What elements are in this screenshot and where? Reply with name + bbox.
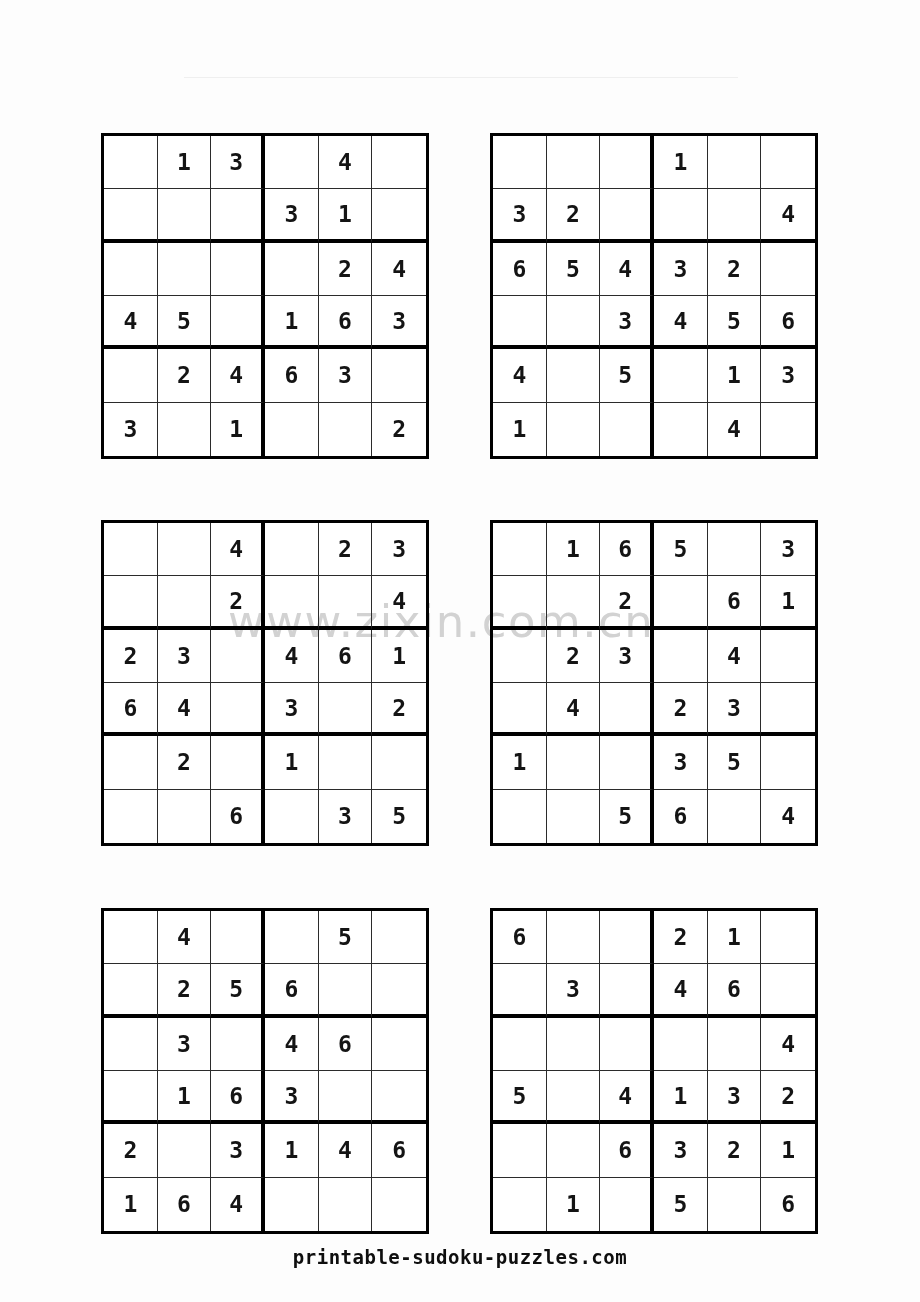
sudoku-cell-r3c4 xyxy=(654,630,708,683)
sudoku-cell-r6c6: 5 xyxy=(372,790,426,843)
sudoku-cell-r4c4: 3 xyxy=(265,683,319,736)
sudoku-cell-r4c3 xyxy=(211,296,265,349)
sudoku-cell-r4c5: 6 xyxy=(319,296,373,349)
sudoku-cell-r3c3 xyxy=(211,243,265,296)
sudoku-cell-r2c5 xyxy=(319,576,373,629)
sudoku-cell-r4c3 xyxy=(600,683,654,736)
sudoku-cell-r2c2: 3 xyxy=(547,964,601,1017)
sudoku-cell-r5c5: 1 xyxy=(708,349,762,402)
sudoku-cell-r5c2 xyxy=(547,736,601,789)
sudoku-cell-r4c4: 3 xyxy=(265,1071,319,1124)
sudoku-cell-r1c1 xyxy=(104,136,158,189)
sudoku-cell-r6c2: 1 xyxy=(547,1178,601,1231)
sudoku-cell-r1c4 xyxy=(265,136,319,189)
sudoku-cell-r1c2 xyxy=(547,911,601,964)
sudoku-cell-r2c3: 5 xyxy=(211,964,265,1017)
sudoku-board-5: 4525634616323146164 xyxy=(101,908,429,1234)
sudoku-cell-r2c2: 2 xyxy=(547,189,601,242)
sudoku-cell-r2c3: 2 xyxy=(211,576,265,629)
sudoku-cell-r3c3: 4 xyxy=(600,243,654,296)
sudoku-cell-r4c5: 3 xyxy=(708,683,762,736)
sudoku-cell-r3c2: 3 xyxy=(158,630,212,683)
sudoku-cell-r4c3 xyxy=(211,683,265,736)
sudoku-cell-r5c6 xyxy=(372,736,426,789)
sudoku-cell-r2c5 xyxy=(708,189,762,242)
sudoku-cell-r5c3: 6 xyxy=(600,1124,654,1177)
sudoku-cell-r1c2: 1 xyxy=(547,523,601,576)
sudoku-cell-r1c5: 4 xyxy=(319,136,373,189)
sudoku-cell-r6c3: 4 xyxy=(211,1178,265,1231)
sudoku-cell-r3c3 xyxy=(211,1018,265,1071)
sudoku-cell-r4c6 xyxy=(372,1071,426,1124)
sudoku-cell-r6c2 xyxy=(547,403,601,456)
sudoku-cell-r1c3 xyxy=(600,911,654,964)
header-divider xyxy=(184,77,738,78)
sudoku-cell-r2c4 xyxy=(265,576,319,629)
sudoku-cell-r1c5 xyxy=(708,523,762,576)
sudoku-cell-r2c6: 4 xyxy=(761,189,815,242)
sudoku-cell-r2c6: 4 xyxy=(372,576,426,629)
sudoku-cell-r4c1: 6 xyxy=(104,683,158,736)
sudoku-cell-r3c4: 4 xyxy=(265,630,319,683)
sudoku-cell-r2c4: 3 xyxy=(265,189,319,242)
sudoku-cell-r1c6: 3 xyxy=(372,523,426,576)
sudoku-cell-r4c4: 4 xyxy=(654,296,708,349)
sudoku-cell-r3c1: 6 xyxy=(493,243,547,296)
sudoku-cell-r5c1: 1 xyxy=(493,736,547,789)
sudoku-cell-r5c3: 4 xyxy=(211,349,265,402)
sudoku-cell-r5c5: 5 xyxy=(708,736,762,789)
sudoku-cell-r4c2 xyxy=(547,296,601,349)
footer-site-label: printable-sudoku-puzzles.com xyxy=(0,1246,920,1268)
sudoku-cell-r1c1 xyxy=(104,523,158,576)
sudoku-cell-r6c1: 3 xyxy=(104,403,158,456)
sudoku-cell-r6c5 xyxy=(319,403,373,456)
sudoku-cell-r6c4 xyxy=(265,1178,319,1231)
sudoku-cell-r2c2 xyxy=(547,576,601,629)
sudoku-cell-r1c4: 2 xyxy=(654,911,708,964)
sudoku-cell-r1c2: 4 xyxy=(158,911,212,964)
sudoku-cell-r5c4: 1 xyxy=(265,736,319,789)
sudoku-cell-r1c2 xyxy=(158,523,212,576)
sudoku-board-2: 1324654323456451314 xyxy=(490,133,818,459)
sudoku-cell-r1c4: 5 xyxy=(654,523,708,576)
sudoku-cell-r1c3: 4 xyxy=(211,523,265,576)
sudoku-cell-r2c5 xyxy=(319,964,373,1017)
sudoku-cell-r3c4 xyxy=(265,243,319,296)
sudoku-cell-r5c1 xyxy=(104,736,158,789)
sudoku-cell-r5c6 xyxy=(372,349,426,402)
sudoku-cell-r1c1 xyxy=(493,136,547,189)
sudoku-cell-r1c4: 1 xyxy=(654,136,708,189)
sudoku-cell-r6c3: 6 xyxy=(211,790,265,843)
sudoku-cell-r4c5 xyxy=(319,683,373,736)
sudoku-cell-r6c1 xyxy=(104,790,158,843)
sudoku-cell-r4c1: 5 xyxy=(493,1071,547,1124)
sudoku-cell-r1c5: 5 xyxy=(319,911,373,964)
sudoku-cell-r5c3: 5 xyxy=(600,349,654,402)
sudoku-cell-r2c6 xyxy=(372,964,426,1017)
sudoku-cell-r4c6 xyxy=(761,683,815,736)
sudoku-cell-r4c6: 2 xyxy=(372,683,426,736)
sudoku-cell-r5c4: 3 xyxy=(654,1124,708,1177)
sudoku-cell-r2c6 xyxy=(761,964,815,1017)
sudoku-cell-r1c5: 2 xyxy=(319,523,373,576)
sudoku-cell-r4c1 xyxy=(493,683,547,736)
sudoku-board-6: 6213464541326321156 xyxy=(490,908,818,1234)
sudoku-cell-r3c5: 6 xyxy=(319,630,373,683)
sudoku-cell-r6c5: 4 xyxy=(708,403,762,456)
sudoku-cell-r6c6: 4 xyxy=(761,790,815,843)
sudoku-cell-r3c3 xyxy=(600,1018,654,1071)
sudoku-cell-r5c5: 4 xyxy=(319,1124,373,1177)
sudoku-cell-r2c2 xyxy=(158,576,212,629)
sudoku-cell-r4c1: 4 xyxy=(104,296,158,349)
sudoku-cell-r1c1 xyxy=(104,911,158,964)
sudoku-cell-r3c1 xyxy=(104,243,158,296)
sudoku-cell-r3c1: 2 xyxy=(104,630,158,683)
sudoku-cell-r1c3 xyxy=(211,911,265,964)
sudoku-cell-r2c1: 3 xyxy=(493,189,547,242)
sudoku-cell-r6c1 xyxy=(493,1178,547,1231)
sudoku-cell-r3c6: 1 xyxy=(372,630,426,683)
sudoku-cell-r4c5: 3 xyxy=(708,1071,762,1124)
sudoku-cell-r1c6 xyxy=(761,136,815,189)
sudoku-cell-r3c6: 4 xyxy=(372,243,426,296)
sudoku-cell-r5c1 xyxy=(104,349,158,402)
sudoku-cell-r3c4 xyxy=(654,1018,708,1071)
sudoku-cell-r2c4: 4 xyxy=(654,964,708,1017)
sudoku-cell-r4c3: 3 xyxy=(600,296,654,349)
sudoku-cell-r1c1 xyxy=(493,523,547,576)
sudoku-cell-r1c4 xyxy=(265,911,319,964)
sudoku-cell-r3c3: 3 xyxy=(600,630,654,683)
sudoku-cell-r1c6 xyxy=(372,911,426,964)
sudoku-cell-r1c5: 1 xyxy=(708,911,762,964)
sudoku-cell-r6c3 xyxy=(600,403,654,456)
sudoku-cell-r6c6: 2 xyxy=(372,403,426,456)
sudoku-cell-r3c4: 3 xyxy=(654,243,708,296)
sudoku-cell-r6c4: 5 xyxy=(654,1178,708,1231)
sudoku-cell-r1c2: 1 xyxy=(158,136,212,189)
sudoku-cell-r3c6 xyxy=(372,1018,426,1071)
sudoku-cell-r1c1: 6 xyxy=(493,911,547,964)
sudoku-board-4: 1653261234423135564 xyxy=(490,520,818,846)
sudoku-cell-r5c5: 2 xyxy=(708,1124,762,1177)
sudoku-cell-r5c6: 1 xyxy=(761,1124,815,1177)
sudoku-cell-r6c4 xyxy=(265,403,319,456)
sudoku-cell-r6c4 xyxy=(654,403,708,456)
sudoku-cell-r4c2: 4 xyxy=(158,683,212,736)
sudoku-cell-r2c6: 1 xyxy=(761,576,815,629)
sudoku-cell-r6c4 xyxy=(265,790,319,843)
sudoku-cell-r4c4: 2 xyxy=(654,683,708,736)
sudoku-cell-r6c3: 1 xyxy=(211,403,265,456)
sudoku-cell-r6c6: 6 xyxy=(761,1178,815,1231)
sudoku-cell-r6c6 xyxy=(372,1178,426,1231)
sudoku-cell-r2c3: 2 xyxy=(600,576,654,629)
sudoku-cell-r4c3: 6 xyxy=(211,1071,265,1124)
sudoku-cell-r2c1 xyxy=(104,576,158,629)
sudoku-cell-r5c6 xyxy=(761,736,815,789)
sudoku-cell-r4c5 xyxy=(319,1071,373,1124)
sudoku-cell-r3c1 xyxy=(493,1018,547,1071)
sudoku-cell-r6c2: 6 xyxy=(158,1178,212,1231)
sudoku-cell-r4c5: 5 xyxy=(708,296,762,349)
sudoku-cell-r5c2 xyxy=(547,349,601,402)
sudoku-cell-r4c6: 2 xyxy=(761,1071,815,1124)
sudoku-cell-r6c6 xyxy=(761,403,815,456)
sudoku-cell-r3c1 xyxy=(493,630,547,683)
sudoku-cell-r2c4 xyxy=(654,189,708,242)
sudoku-cell-r2c1 xyxy=(104,964,158,1017)
sudoku-cell-r6c5 xyxy=(319,1178,373,1231)
sudoku-cell-r3c2: 2 xyxy=(547,630,601,683)
sudoku-cell-r4c3: 4 xyxy=(600,1071,654,1124)
sudoku-cell-r1c6 xyxy=(761,911,815,964)
sudoku-cell-r6c4: 6 xyxy=(654,790,708,843)
sudoku-cell-r2c4 xyxy=(654,576,708,629)
sudoku-cell-r3c5: 6 xyxy=(319,1018,373,1071)
sudoku-cell-r6c1: 1 xyxy=(493,403,547,456)
sudoku-cell-r5c2: 2 xyxy=(158,349,212,402)
sudoku-cell-r1c3: 3 xyxy=(211,136,265,189)
sudoku-cell-r6c5 xyxy=(708,1178,762,1231)
sudoku-cell-r6c5: 3 xyxy=(319,790,373,843)
sudoku-cell-r5c6: 3 xyxy=(761,349,815,402)
sudoku-cell-r5c3 xyxy=(600,736,654,789)
sudoku-cell-r2c3 xyxy=(600,964,654,1017)
sudoku-cell-r5c1: 4 xyxy=(493,349,547,402)
sudoku-cell-r2c2 xyxy=(158,189,212,242)
sudoku-cell-r1c3: 6 xyxy=(600,523,654,576)
sudoku-cell-r3c6: 4 xyxy=(761,1018,815,1071)
sudoku-cell-r5c5: 3 xyxy=(319,349,373,402)
sudoku-cell-r5c2 xyxy=(158,1124,212,1177)
sudoku-cell-r5c4: 6 xyxy=(265,349,319,402)
sudoku-cell-r6c2 xyxy=(547,790,601,843)
sudoku-cell-r1c6: 3 xyxy=(761,523,815,576)
sudoku-cell-r3c2: 3 xyxy=(158,1018,212,1071)
sudoku-cell-r4c6: 3 xyxy=(372,296,426,349)
sudoku-cell-r6c1 xyxy=(493,790,547,843)
sudoku-cell-r2c5: 6 xyxy=(708,576,762,629)
sudoku-cell-r5c2: 2 xyxy=(158,736,212,789)
sudoku-cell-r6c3 xyxy=(600,1178,654,1231)
sudoku-cell-r3c2 xyxy=(158,243,212,296)
sudoku-cell-r3c4: 4 xyxy=(265,1018,319,1071)
sudoku-cell-r3c1 xyxy=(104,1018,158,1071)
sudoku-cell-r3c2: 5 xyxy=(547,243,601,296)
sudoku-cell-r5c1: 2 xyxy=(104,1124,158,1177)
sudoku-cell-r4c4: 1 xyxy=(654,1071,708,1124)
sudoku-cell-r1c5 xyxy=(708,136,762,189)
sudoku-board-1: 1343124451632463312 xyxy=(101,133,429,459)
sudoku-cell-r3c6 xyxy=(761,630,815,683)
sudoku-cell-r2c5: 6 xyxy=(708,964,762,1017)
sudoku-cell-r6c2 xyxy=(158,790,212,843)
sudoku-cell-r2c2: 2 xyxy=(158,964,212,1017)
sudoku-cell-r4c2 xyxy=(547,1071,601,1124)
sudoku-cell-r5c3: 3 xyxy=(211,1124,265,1177)
sudoku-cell-r3c5: 2 xyxy=(319,243,373,296)
sudoku-cell-r4c2: 5 xyxy=(158,296,212,349)
sudoku-cell-r5c1 xyxy=(493,1124,547,1177)
sudoku-board-3: 4232423461643221635 xyxy=(101,520,429,846)
sudoku-cell-r4c1 xyxy=(104,1071,158,1124)
sudoku-cell-r2c3 xyxy=(211,189,265,242)
sudoku-cell-r5c3 xyxy=(211,736,265,789)
sudoku-cell-r6c1: 1 xyxy=(104,1178,158,1231)
sudoku-cell-r2c3 xyxy=(600,189,654,242)
sudoku-cell-r5c5 xyxy=(319,736,373,789)
sudoku-cell-r5c4: 1 xyxy=(265,1124,319,1177)
sudoku-cell-r2c1 xyxy=(493,964,547,1017)
sudoku-cell-r1c4 xyxy=(265,523,319,576)
sudoku-cell-r2c5: 1 xyxy=(319,189,373,242)
sudoku-cell-r1c3 xyxy=(600,136,654,189)
sudoku-cell-r4c1 xyxy=(493,296,547,349)
sudoku-cell-r3c6 xyxy=(761,243,815,296)
sudoku-cell-r3c5 xyxy=(708,1018,762,1071)
sudoku-cell-r5c4: 3 xyxy=(654,736,708,789)
sudoku-cell-r5c6: 6 xyxy=(372,1124,426,1177)
sudoku-cell-r4c2: 4 xyxy=(547,683,601,736)
sudoku-cell-r3c3 xyxy=(211,630,265,683)
sudoku-cell-r5c2 xyxy=(547,1124,601,1177)
sudoku-cell-r6c3: 5 xyxy=(600,790,654,843)
sudoku-cell-r1c2 xyxy=(547,136,601,189)
sudoku-cell-r4c2: 1 xyxy=(158,1071,212,1124)
sudoku-cell-r2c4: 6 xyxy=(265,964,319,1017)
sudoku-cell-r4c6: 6 xyxy=(761,296,815,349)
sudoku-cell-r3c5: 4 xyxy=(708,630,762,683)
sudoku-cell-r2c1 xyxy=(493,576,547,629)
sudoku-cell-r2c6 xyxy=(372,189,426,242)
sudoku-cell-r1c6 xyxy=(372,136,426,189)
sudoku-cell-r5c4 xyxy=(654,349,708,402)
sudoku-cell-r6c5 xyxy=(708,790,762,843)
sudoku-cell-r3c5: 2 xyxy=(708,243,762,296)
sudoku-cell-r6c2 xyxy=(158,403,212,456)
sudoku-cell-r2c1 xyxy=(104,189,158,242)
sudoku-cell-r3c2 xyxy=(547,1018,601,1071)
sudoku-cell-r4c4: 1 xyxy=(265,296,319,349)
